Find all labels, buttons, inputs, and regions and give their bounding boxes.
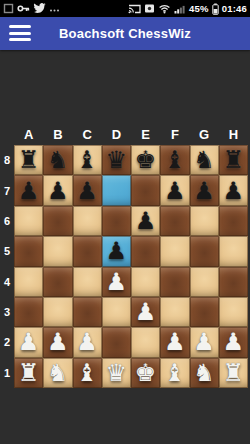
black-pawn: ♟ xyxy=(164,179,186,203)
square-b1[interactable]: ♞ xyxy=(43,358,72,388)
square-f4[interactable] xyxy=(160,267,189,297)
square-e4[interactable] xyxy=(131,267,160,297)
square-e8[interactable]: ♚ xyxy=(131,145,160,175)
more-notifications-icon xyxy=(49,3,61,14)
square-h6[interactable] xyxy=(219,206,248,236)
square-d2[interactable] xyxy=(102,327,131,357)
square-e7[interactable] xyxy=(131,175,160,205)
square-e2[interactable] xyxy=(131,327,160,357)
square-a6[interactable] xyxy=(14,206,43,236)
square-a2[interactable]: ♟ xyxy=(14,327,43,357)
white-pawn: ♟ xyxy=(193,330,215,354)
square-f3[interactable] xyxy=(160,297,189,327)
black-knight: ♞ xyxy=(47,148,69,172)
twitter-bird-icon xyxy=(33,3,46,14)
square-h3[interactable] xyxy=(219,297,248,327)
black-bishop: ♝ xyxy=(164,148,186,172)
square-g8[interactable]: ♞ xyxy=(190,145,219,175)
rank-label-1: 1 xyxy=(0,358,14,388)
status-left-icons xyxy=(3,3,61,14)
black-rook: ♜ xyxy=(18,148,40,172)
square-d8[interactable]: ♛ xyxy=(102,145,131,175)
square-a5[interactable] xyxy=(14,236,43,266)
white-rook: ♜ xyxy=(223,361,245,385)
rank-label-5: 5 xyxy=(0,236,14,266)
square-c6[interactable] xyxy=(73,206,102,236)
white-queen: ♛ xyxy=(106,361,128,385)
square-g6[interactable] xyxy=(190,206,219,236)
white-pawn: ♟ xyxy=(223,330,245,354)
rank-label-3: 3 xyxy=(0,297,14,327)
black-pawn: ♟ xyxy=(47,179,69,203)
status-bar: 45% 01:46 xyxy=(0,0,250,17)
file-label-h: H xyxy=(219,127,248,142)
file-label-f: F xyxy=(160,127,189,142)
photo-icon xyxy=(144,3,155,14)
square-c1[interactable]: ♝ xyxy=(73,358,102,388)
signal-icon xyxy=(174,3,186,14)
square-d3[interactable] xyxy=(102,297,131,327)
square-h8[interactable]: ♜ xyxy=(219,145,248,175)
file-label-b: B xyxy=(43,127,72,142)
square-g1[interactable]: ♞ xyxy=(190,358,219,388)
app-bar: Boachsoft ChessWiz xyxy=(0,17,250,50)
board-area: ABCDEFGH 87654321 ♜♞♝♛♚♝♞♜♟♟♟♟♟♟♟♟♟♟♟♟♟♟… xyxy=(0,123,250,388)
black-bishop: ♝ xyxy=(76,148,98,172)
black-pawn: ♟ xyxy=(18,179,40,203)
square-d6[interactable] xyxy=(102,206,131,236)
notification-square-icon xyxy=(3,3,14,14)
square-f7[interactable]: ♟ xyxy=(160,175,189,205)
square-a4[interactable] xyxy=(14,267,43,297)
white-bishop: ♝ xyxy=(164,361,186,385)
rank-label-4: 4 xyxy=(0,267,14,297)
chess-board: ♜♞♝♛♚♝♞♜♟♟♟♟♟♟♟♟♟♟♟♟♟♟♟♟♜♞♝♛♚♝♞♜ xyxy=(14,145,248,388)
square-d1[interactable]: ♛ xyxy=(102,358,131,388)
white-rook: ♜ xyxy=(18,361,40,385)
rank-label-8: 8 xyxy=(0,145,14,175)
square-g4[interactable] xyxy=(190,267,219,297)
square-h1[interactable]: ♜ xyxy=(219,358,248,388)
white-knight: ♞ xyxy=(47,361,69,385)
white-pawn: ♟ xyxy=(135,300,157,324)
square-c2[interactable]: ♟ xyxy=(73,327,102,357)
square-g5[interactable] xyxy=(190,236,219,266)
square-b3[interactable] xyxy=(43,297,72,327)
file-labels: ABCDEFGH xyxy=(14,123,248,145)
file-label-d: D xyxy=(102,127,131,142)
square-c7[interactable]: ♟ xyxy=(73,175,102,205)
battery-percent-text: 45% xyxy=(189,3,209,14)
square-d5[interactable]: ♟ xyxy=(102,236,131,266)
square-b7[interactable]: ♟ xyxy=(43,175,72,205)
square-a1[interactable]: ♜ xyxy=(14,358,43,388)
square-c3[interactable] xyxy=(73,297,102,327)
square-c4[interactable] xyxy=(73,267,102,297)
square-h4[interactable] xyxy=(219,267,248,297)
file-label-a: A xyxy=(14,127,43,142)
square-a7[interactable]: ♟ xyxy=(14,175,43,205)
square-d4[interactable]: ♟ xyxy=(102,267,131,297)
square-b4[interactable] xyxy=(43,267,72,297)
status-right-group: 45% 01:46 xyxy=(128,3,247,15)
cast-icon xyxy=(128,3,141,14)
square-e1[interactable]: ♚ xyxy=(131,358,160,388)
square-d7[interactable] xyxy=(102,175,131,205)
rank-label-2: 2 xyxy=(0,327,14,357)
app-title: Boachsoft ChessWiz xyxy=(0,26,250,41)
square-h2[interactable]: ♟ xyxy=(219,327,248,357)
rank-label-6: 6 xyxy=(0,206,14,236)
black-king: ♚ xyxy=(135,148,157,172)
square-c8[interactable]: ♝ xyxy=(73,145,102,175)
square-b2[interactable]: ♟ xyxy=(43,327,72,357)
black-knight: ♞ xyxy=(193,148,215,172)
white-king: ♚ xyxy=(135,361,157,385)
black-pawn: ♟ xyxy=(193,179,215,203)
square-a8[interactable]: ♜ xyxy=(14,145,43,175)
black-rook: ♜ xyxy=(223,148,245,172)
wifi-icon xyxy=(158,3,171,14)
square-b6[interactable] xyxy=(43,206,72,236)
square-e3[interactable]: ♟ xyxy=(131,297,160,327)
rank-labels: 87654321 xyxy=(0,145,14,388)
key-icon xyxy=(17,3,30,14)
square-e5[interactable] xyxy=(131,236,160,266)
square-g3[interactable] xyxy=(190,297,219,327)
square-g7[interactable]: ♟ xyxy=(190,175,219,205)
rank-label-7: 7 xyxy=(0,175,14,205)
white-knight: ♞ xyxy=(193,361,215,385)
square-f2[interactable]: ♟ xyxy=(160,327,189,357)
file-label-c: C xyxy=(73,127,102,142)
file-label-e: E xyxy=(131,127,160,142)
white-pawn: ♟ xyxy=(47,330,69,354)
white-pawn: ♟ xyxy=(106,270,128,294)
square-h7[interactable]: ♟ xyxy=(219,175,248,205)
black-queen: ♛ xyxy=(106,148,128,172)
clock-text: 01:46 xyxy=(222,3,247,14)
square-h5[interactable] xyxy=(219,236,248,266)
black-pawn: ♟ xyxy=(223,179,245,203)
square-b8[interactable]: ♞ xyxy=(43,145,72,175)
battery-icon xyxy=(212,3,219,15)
square-f5[interactable] xyxy=(160,236,189,266)
black-pawn: ♟ xyxy=(106,239,128,263)
hamburger-menu-icon[interactable] xyxy=(9,25,31,41)
square-f1[interactable]: ♝ xyxy=(160,358,189,388)
square-f8[interactable]: ♝ xyxy=(160,145,189,175)
white-pawn: ♟ xyxy=(76,330,98,354)
square-b5[interactable] xyxy=(43,236,72,266)
file-label-g: G xyxy=(190,127,219,142)
square-g2[interactable]: ♟ xyxy=(190,327,219,357)
square-e6[interactable]: ♟ xyxy=(131,206,160,236)
black-pawn: ♟ xyxy=(135,209,157,233)
square-a3[interactable] xyxy=(14,297,43,327)
white-pawn: ♟ xyxy=(164,330,186,354)
white-pawn: ♟ xyxy=(18,330,40,354)
square-c5[interactable] xyxy=(73,236,102,266)
square-f6[interactable] xyxy=(160,206,189,236)
black-pawn: ♟ xyxy=(76,179,98,203)
white-bishop: ♝ xyxy=(76,361,98,385)
